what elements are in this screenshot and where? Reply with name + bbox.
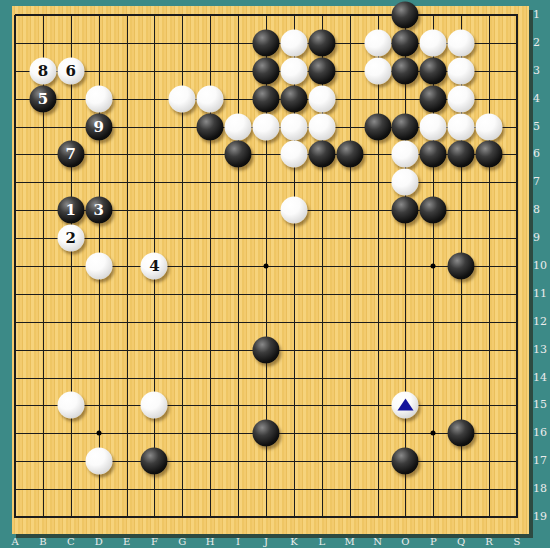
stone-black[interactable]: [420, 57, 447, 84]
grid-line-horizontal: [15, 294, 518, 295]
stone-black[interactable]: [252, 29, 279, 56]
go-diagram: 865971324 ABCDEFGHIJKLMNOPQRS12345678910…: [0, 0, 550, 548]
grid-line-horizontal: [15, 322, 518, 323]
stone-black[interactable]: 7: [57, 141, 84, 168]
stone-white[interactable]: [280, 113, 307, 140]
stone-black[interactable]: [448, 420, 475, 447]
stone-white[interactable]: [85, 448, 112, 475]
column-label: O: [394, 536, 416, 547]
stone-black[interactable]: 5: [29, 85, 56, 112]
move-number-label: 9: [93, 119, 103, 134]
row-label: 16: [533, 426, 550, 440]
stone-black[interactable]: [420, 141, 447, 168]
move-number-label: 5: [38, 91, 48, 106]
stone-black[interactable]: [197, 113, 224, 140]
stone-white[interactable]: [308, 113, 335, 140]
row-label: 1: [533, 8, 550, 22]
move-number-label: 1: [66, 203, 76, 218]
triangle-marker-icon: [397, 398, 413, 410]
grid-line-vertical: [489, 15, 490, 518]
stone-white[interactable]: [448, 29, 475, 56]
stone-white[interactable]: [476, 113, 503, 140]
grid-line-vertical: [378, 15, 379, 518]
stone-black[interactable]: [420, 197, 447, 224]
stone-black[interactable]: [280, 85, 307, 112]
grid-line-horizontal: [15, 516, 518, 518]
column-label: C: [60, 536, 82, 547]
row-label: 11: [533, 287, 550, 301]
stone-black[interactable]: 3: [85, 197, 112, 224]
stone-white[interactable]: [392, 392, 419, 419]
stone-white[interactable]: [392, 169, 419, 196]
row-label: 8: [533, 203, 550, 217]
stone-white[interactable]: [420, 113, 447, 140]
star-point: [96, 431, 101, 436]
column-label: L: [311, 536, 333, 547]
grid-line-horizontal: [15, 405, 518, 406]
stone-white[interactable]: [420, 29, 447, 56]
stone-black[interactable]: [336, 141, 363, 168]
stone-white[interactable]: [225, 113, 252, 140]
move-number-label: 6: [66, 63, 76, 78]
grid-line-horizontal: [15, 489, 518, 490]
grid-line-horizontal: [15, 378, 518, 379]
row-label: 7: [533, 175, 550, 189]
move-number-label: 2: [66, 231, 76, 246]
stone-black[interactable]: [252, 57, 279, 84]
stone-white[interactable]: [280, 141, 307, 168]
stone-white[interactable]: [308, 85, 335, 112]
row-label: 10: [533, 259, 550, 273]
stone-black[interactable]: [141, 448, 168, 475]
stone-white[interactable]: [252, 113, 279, 140]
row-label: 4: [533, 92, 550, 106]
row-label: 19: [533, 510, 550, 524]
star-point: [431, 431, 436, 436]
stone-white[interactable]: [448, 85, 475, 112]
stone-white[interactable]: 8: [29, 57, 56, 84]
stone-white[interactable]: [448, 113, 475, 140]
stone-white[interactable]: [169, 85, 196, 112]
grid-line-vertical: [516, 15, 518, 518]
column-label: P: [422, 536, 444, 547]
row-label: 18: [533, 482, 550, 496]
stone-black[interactable]: [392, 57, 419, 84]
stone-white[interactable]: 4: [141, 252, 168, 279]
stone-black[interactable]: [308, 57, 335, 84]
stone-white[interactable]: [364, 57, 391, 84]
stone-white[interactable]: [448, 57, 475, 84]
stone-white[interactable]: [141, 392, 168, 419]
stone-white[interactable]: [197, 85, 224, 112]
row-label: 13: [533, 343, 550, 357]
stone-white[interactable]: 6: [57, 57, 84, 84]
stone-white[interactable]: [57, 392, 84, 419]
move-number-label: 7: [66, 147, 76, 162]
row-label: 9: [533, 231, 550, 245]
stone-white[interactable]: [280, 197, 307, 224]
column-label: J: [255, 536, 277, 547]
row-label: 5: [533, 120, 550, 134]
move-number-label: 8: [38, 63, 48, 78]
row-label: 3: [533, 64, 550, 78]
row-label: 12: [533, 315, 550, 329]
stone-black[interactable]: [392, 113, 419, 140]
column-label: B: [32, 536, 54, 547]
stone-black[interactable]: [392, 448, 419, 475]
column-label: Q: [450, 536, 472, 547]
stone-black[interactable]: [392, 29, 419, 56]
stone-black[interactable]: [225, 141, 252, 168]
column-label: K: [283, 536, 305, 547]
stone-black[interactable]: [448, 141, 475, 168]
column-label: G: [171, 536, 193, 547]
stone-black[interactable]: [392, 197, 419, 224]
column-label: I: [227, 536, 249, 547]
row-label: 2: [533, 36, 550, 50]
stone-black[interactable]: [252, 420, 279, 447]
stone-black[interactable]: [308, 141, 335, 168]
stone-black[interactable]: [252, 336, 279, 363]
stone-black[interactable]: [476, 141, 503, 168]
stone-black[interactable]: [364, 113, 391, 140]
stone-white[interactable]: [364, 29, 391, 56]
stone-black[interactable]: 1: [57, 197, 84, 224]
stone-white[interactable]: [85, 252, 112, 279]
stone-black[interactable]: [308, 29, 335, 56]
row-label: 15: [533, 398, 550, 412]
stone-black[interactable]: 9: [85, 113, 112, 140]
column-label: N: [367, 536, 389, 547]
column-label: H: [199, 536, 221, 547]
column-label: E: [116, 536, 138, 547]
stone-black[interactable]: [420, 85, 447, 112]
column-label: M: [339, 536, 361, 547]
grid-line-vertical: [350, 15, 351, 518]
stone-white[interactable]: [85, 85, 112, 112]
row-label: 14: [533, 371, 550, 385]
stone-black[interactable]: [392, 2, 419, 29]
star-point: [263, 263, 268, 268]
column-label: S: [506, 536, 528, 547]
stone-black[interactable]: [252, 85, 279, 112]
stone-white[interactable]: [392, 141, 419, 168]
column-label: A: [4, 536, 26, 547]
row-label: 17: [533, 454, 550, 468]
row-label: 6: [533, 147, 550, 161]
stone-black[interactable]: [448, 252, 475, 279]
column-label: D: [88, 536, 110, 547]
move-number-label: 3: [93, 203, 103, 218]
grid-line-vertical: [405, 15, 406, 518]
stone-white[interactable]: [280, 29, 307, 56]
column-label: R: [478, 536, 500, 547]
stone-white[interactable]: 2: [57, 225, 84, 252]
stone-white[interactable]: [280, 57, 307, 84]
star-point: [431, 263, 436, 268]
column-label: F: [143, 536, 165, 547]
move-number-label: 4: [149, 258, 159, 273]
